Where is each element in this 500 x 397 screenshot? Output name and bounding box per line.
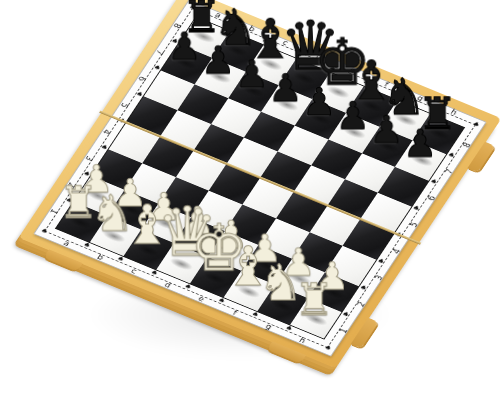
white-rook[interactable]: ♜ bbox=[291, 278, 337, 322]
black-pawn[interactable]: ♟ bbox=[397, 125, 443, 163]
product-photo-scene: aa88bb77cc66dd55ee44ff33gg22hh11♠♠♠♠♠♠♠♠… bbox=[0, 0, 500, 397]
